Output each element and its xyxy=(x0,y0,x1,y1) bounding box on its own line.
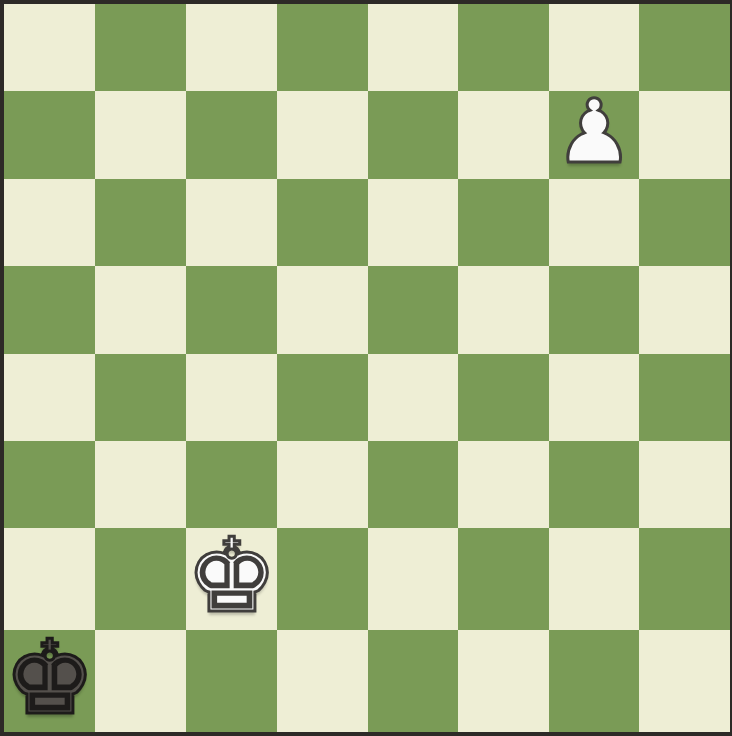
square-f1[interactable] xyxy=(458,630,549,732)
square-f3[interactable] xyxy=(458,441,549,528)
square-d4[interactable] xyxy=(277,354,368,441)
square-b7[interactable] xyxy=(95,91,186,179)
white-king[interactable]: ♚ xyxy=(186,525,277,627)
square-b4[interactable] xyxy=(95,354,186,441)
square-f7[interactable] xyxy=(458,91,549,179)
square-f2[interactable] xyxy=(458,528,549,630)
square-d7[interactable] xyxy=(277,91,368,179)
square-d2[interactable] xyxy=(277,528,368,630)
square-b3[interactable] xyxy=(95,441,186,528)
square-b1[interactable] xyxy=(95,630,186,732)
square-e4[interactable] xyxy=(368,354,459,441)
square-h6[interactable] xyxy=(639,179,730,266)
square-g5[interactable] xyxy=(549,266,640,353)
square-c2[interactable]: ♚ xyxy=(186,528,277,630)
square-c8[interactable] xyxy=(186,4,277,91)
square-d3[interactable] xyxy=(277,441,368,528)
square-h2[interactable] xyxy=(639,528,730,630)
square-g2[interactable] xyxy=(549,528,640,630)
square-g6[interactable] xyxy=(549,179,640,266)
black-king[interactable]: ♚ xyxy=(4,627,95,729)
square-h7[interactable] xyxy=(639,91,730,179)
square-d5[interactable] xyxy=(277,266,368,353)
square-h1[interactable] xyxy=(639,630,730,732)
square-a4[interactable] xyxy=(4,354,95,441)
square-h8[interactable] xyxy=(639,4,730,91)
square-e3[interactable] xyxy=(368,441,459,528)
square-a7[interactable] xyxy=(4,91,95,179)
square-f5[interactable] xyxy=(458,266,549,353)
square-g3[interactable] xyxy=(549,441,640,528)
square-c7[interactable] xyxy=(186,91,277,179)
chess-board: ♟♚♚ xyxy=(4,4,730,732)
square-c6[interactable] xyxy=(186,179,277,266)
square-h5[interactable] xyxy=(639,266,730,353)
square-a6[interactable] xyxy=(4,179,95,266)
square-f6[interactable] xyxy=(458,179,549,266)
square-g4[interactable] xyxy=(549,354,640,441)
square-a3[interactable] xyxy=(4,441,95,528)
square-c1[interactable] xyxy=(186,630,277,732)
square-d1[interactable] xyxy=(277,630,368,732)
square-d6[interactable] xyxy=(277,179,368,266)
square-e8[interactable] xyxy=(368,4,459,91)
square-c4[interactable] xyxy=(186,354,277,441)
square-e7[interactable] xyxy=(368,91,459,179)
square-b2[interactable] xyxy=(95,528,186,630)
square-h4[interactable] xyxy=(639,354,730,441)
square-d8[interactable] xyxy=(277,4,368,91)
square-g1[interactable] xyxy=(549,630,640,732)
square-g7[interactable]: ♟ xyxy=(549,91,640,179)
square-g8[interactable] xyxy=(549,4,640,91)
square-f4[interactable] xyxy=(458,354,549,441)
square-b5[interactable] xyxy=(95,266,186,353)
square-a5[interactable] xyxy=(4,266,95,353)
square-a2[interactable] xyxy=(4,528,95,630)
square-c3[interactable] xyxy=(186,441,277,528)
square-e6[interactable] xyxy=(368,179,459,266)
square-e1[interactable] xyxy=(368,630,459,732)
square-b8[interactable] xyxy=(95,4,186,91)
square-a1[interactable]: ♚ xyxy=(4,630,95,732)
square-f8[interactable] xyxy=(458,4,549,91)
square-e2[interactable] xyxy=(368,528,459,630)
square-h3[interactable] xyxy=(639,441,730,528)
white-pawn[interactable]: ♟ xyxy=(555,88,634,176)
square-e5[interactable] xyxy=(368,266,459,353)
square-c5[interactable] xyxy=(186,266,277,353)
square-b6[interactable] xyxy=(95,179,186,266)
square-a8[interactable] xyxy=(4,4,95,91)
chess-app-window: ♟♚♚ xyxy=(0,0,732,736)
